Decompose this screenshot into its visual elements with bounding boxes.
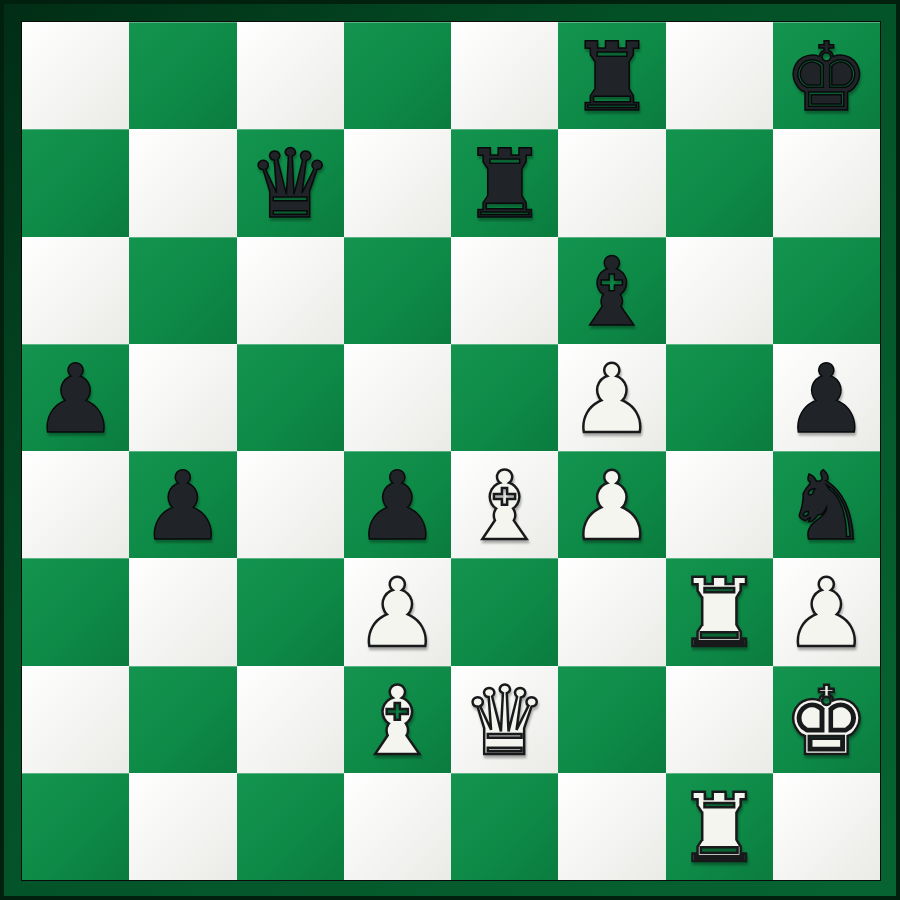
square-a6[interactable] [22,237,129,344]
square-c5[interactable] [237,344,344,451]
black-bishop-f6[interactable]: ♝ [569,245,654,340]
square-c3[interactable] [237,558,344,665]
square-e5[interactable] [451,344,558,451]
square-f4[interactable]: ♟ [558,451,665,558]
square-h6[interactable] [773,237,880,344]
square-f2[interactable] [558,666,665,773]
square-h1[interactable] [773,773,880,880]
square-e6[interactable] [451,237,558,344]
square-d4[interactable]: ♟ [344,451,451,558]
black-pawn-h5[interactable]: ♟ [784,352,869,447]
square-d6[interactable] [344,237,451,344]
square-g1[interactable]: ♜ [666,773,773,880]
square-h8[interactable]: ♚ [773,22,880,129]
black-rook-e7[interactable]: ♜ [462,137,547,232]
square-d8[interactable] [344,22,451,129]
square-e2[interactable]: ♛ [451,666,558,773]
black-knight-h4[interactable]: ♞ [784,459,869,554]
square-a3[interactable] [22,558,129,665]
square-a4[interactable] [22,451,129,558]
square-h5[interactable]: ♟ [773,344,880,451]
square-c6[interactable] [237,237,344,344]
square-d3[interactable]: ♟ [344,558,451,665]
white-pawn-d3[interactable]: ♟ [355,566,440,661]
square-h7[interactable] [773,129,880,236]
square-e8[interactable] [451,22,558,129]
square-f1[interactable] [558,773,665,880]
square-d5[interactable] [344,344,451,451]
square-g7[interactable] [666,129,773,236]
square-g8[interactable] [666,22,773,129]
square-h2[interactable]: ♚ [773,666,880,773]
white-bishop-d2[interactable]: ♝ [355,674,440,769]
square-c7[interactable]: ♛ [237,129,344,236]
square-a8[interactable] [22,22,129,129]
square-d2[interactable]: ♝ [344,666,451,773]
board-frame: ♜♚♛♜♝♟♟♟♟♟♝♟♞♟♜♟♝♛♚♜ [0,0,900,900]
square-b4[interactable]: ♟ [129,451,236,558]
square-c1[interactable] [237,773,344,880]
square-a2[interactable] [22,666,129,773]
square-f8[interactable]: ♜ [558,22,665,129]
square-b3[interactable] [129,558,236,665]
square-h3[interactable]: ♟ [773,558,880,665]
square-a1[interactable] [22,773,129,880]
square-c4[interactable] [237,451,344,558]
square-c2[interactable] [237,666,344,773]
square-g6[interactable] [666,237,773,344]
square-g4[interactable] [666,451,773,558]
white-pawn-f5[interactable]: ♟ [569,352,654,447]
white-pawn-h3[interactable]: ♟ [784,566,869,661]
square-g3[interactable]: ♜ [666,558,773,665]
white-king-h2[interactable]: ♚ [784,674,869,769]
square-f5[interactable]: ♟ [558,344,665,451]
chess-board: ♜♚♛♜♝♟♟♟♟♟♝♟♞♟♜♟♝♛♚♜ [21,21,881,881]
square-g5[interactable] [666,344,773,451]
white-rook-g1[interactable]: ♜ [677,781,762,876]
black-pawn-d4[interactable]: ♟ [355,459,440,554]
square-a5[interactable]: ♟ [22,344,129,451]
square-g2[interactable] [666,666,773,773]
square-f7[interactable] [558,129,665,236]
square-b2[interactable] [129,666,236,773]
black-queen-c7[interactable]: ♛ [248,137,333,232]
square-e4[interactable]: ♝ [451,451,558,558]
white-rook-g3[interactable]: ♜ [677,566,762,661]
square-b5[interactable] [129,344,236,451]
square-c8[interactable] [237,22,344,129]
white-pawn-f4[interactable]: ♟ [569,459,654,554]
square-f3[interactable] [558,558,665,665]
square-e7[interactable]: ♜ [451,129,558,236]
square-b6[interactable] [129,237,236,344]
square-e1[interactable] [451,773,558,880]
square-a7[interactable] [22,129,129,236]
square-b8[interactable] [129,22,236,129]
square-f6[interactable]: ♝ [558,237,665,344]
square-b1[interactable] [129,773,236,880]
black-pawn-a5[interactable]: ♟ [33,352,118,447]
square-b7[interactable] [129,129,236,236]
square-h4[interactable]: ♞ [773,451,880,558]
square-d1[interactable] [344,773,451,880]
black-pawn-b4[interactable]: ♟ [140,459,225,554]
white-bishop-e4[interactable]: ♝ [462,459,547,554]
black-king-h8[interactable]: ♚ [784,30,869,125]
white-queen-e2[interactable]: ♛ [462,674,547,769]
square-e3[interactable] [451,558,558,665]
black-rook-f8[interactable]: ♜ [569,30,654,125]
square-d7[interactable] [344,129,451,236]
